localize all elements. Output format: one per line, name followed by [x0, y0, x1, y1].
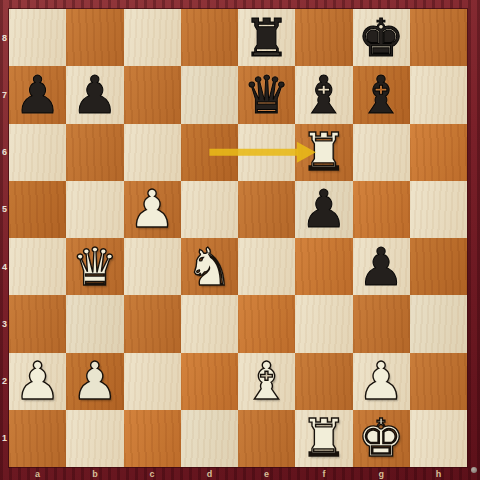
square-g7[interactable]: ♝ — [353, 66, 410, 123]
square-b6[interactable] — [66, 124, 123, 181]
square-b1[interactable] — [66, 410, 123, 467]
square-c1[interactable] — [124, 410, 181, 467]
square-c7[interactable] — [124, 66, 181, 123]
piece-black-rook[interactable]: ♜ — [238, 9, 295, 66]
piece-black-king[interactable]: ♚ — [353, 9, 410, 66]
square-b5[interactable] — [66, 181, 123, 238]
square-g6[interactable] — [353, 124, 410, 181]
square-d6[interactable] — [181, 124, 238, 181]
square-a4[interactable] — [9, 238, 66, 295]
square-g8[interactable]: ♚ — [353, 9, 410, 66]
square-c8[interactable] — [124, 9, 181, 66]
square-f3[interactable] — [295, 295, 352, 352]
square-e6[interactable] — [238, 124, 295, 181]
square-a7[interactable]: ♟ — [9, 66, 66, 123]
piece-white-pawn[interactable]: ♟ — [66, 353, 123, 410]
file-label-d: d — [207, 469, 213, 479]
corner-dot — [471, 467, 477, 473]
square-e1[interactable] — [238, 410, 295, 467]
square-d7[interactable] — [181, 66, 238, 123]
piece-white-rook[interactable]: ♜ — [295, 410, 352, 467]
file-label-f: f — [322, 469, 325, 479]
square-h3[interactable] — [410, 295, 467, 352]
square-d2[interactable] — [181, 353, 238, 410]
square-b3[interactable] — [66, 295, 123, 352]
piece-white-rook[interactable]: ♜ — [295, 124, 352, 181]
chess-board-frame: ♜♚♟♟♛♝♝♜♟♟♛♞♟♟♟♝♟♜♚ 87654321abcdefgh — [0, 0, 480, 480]
piece-white-pawn[interactable]: ♟ — [124, 181, 181, 238]
rank-label-7: 7 — [2, 90, 7, 100]
piece-white-knight[interactable]: ♞ — [181, 238, 238, 295]
square-d1[interactable] — [181, 410, 238, 467]
square-e7[interactable]: ♛ — [238, 66, 295, 123]
chess-board: ♜♚♟♟♛♝♝♜♟♟♛♞♟♟♟♝♟♜♚ — [9, 9, 467, 467]
piece-white-queen[interactable]: ♛ — [66, 238, 123, 295]
square-g5[interactable] — [353, 181, 410, 238]
square-f8[interactable] — [295, 9, 352, 66]
square-e2[interactable]: ♝ — [238, 353, 295, 410]
square-e3[interactable] — [238, 295, 295, 352]
rank-label-3: 3 — [2, 319, 7, 329]
square-c4[interactable] — [124, 238, 181, 295]
piece-black-bishop[interactable]: ♝ — [295, 66, 352, 123]
square-d5[interactable] — [181, 181, 238, 238]
square-f4[interactable] — [295, 238, 352, 295]
square-d8[interactable] — [181, 9, 238, 66]
square-h7[interactable] — [410, 66, 467, 123]
square-b4[interactable]: ♛ — [66, 238, 123, 295]
piece-black-queen[interactable]: ♛ — [238, 66, 295, 123]
square-a8[interactable] — [9, 9, 66, 66]
square-g3[interactable] — [353, 295, 410, 352]
rank-label-8: 8 — [2, 33, 7, 43]
square-a2[interactable]: ♟ — [9, 353, 66, 410]
piece-white-bishop[interactable]: ♝ — [238, 353, 295, 410]
piece-black-pawn[interactable]: ♟ — [295, 181, 352, 238]
square-a1[interactable] — [9, 410, 66, 467]
square-f6[interactable]: ♜ — [295, 124, 352, 181]
file-label-c: c — [150, 469, 155, 479]
square-g2[interactable]: ♟ — [353, 353, 410, 410]
file-label-a: a — [35, 469, 40, 479]
square-e5[interactable] — [238, 181, 295, 238]
square-f1[interactable]: ♜ — [295, 410, 352, 467]
piece-white-pawn[interactable]: ♟ — [9, 353, 66, 410]
file-label-b: b — [92, 469, 98, 479]
square-a6[interactable] — [9, 124, 66, 181]
piece-white-pawn[interactable]: ♟ — [353, 353, 410, 410]
piece-black-pawn[interactable]: ♟ — [9, 66, 66, 123]
square-h1[interactable] — [410, 410, 467, 467]
square-h2[interactable] — [410, 353, 467, 410]
square-h4[interactable] — [410, 238, 467, 295]
square-g4[interactable]: ♟ — [353, 238, 410, 295]
file-label-h: h — [436, 469, 442, 479]
rank-label-5: 5 — [2, 204, 7, 214]
file-label-e: e — [264, 469, 269, 479]
file-label-g: g — [378, 469, 384, 479]
rank-label-6: 6 — [2, 147, 7, 157]
square-c3[interactable] — [124, 295, 181, 352]
square-e8[interactable]: ♜ — [238, 9, 295, 66]
rank-label-1: 1 — [2, 433, 7, 443]
square-f5[interactable]: ♟ — [295, 181, 352, 238]
square-f7[interactable]: ♝ — [295, 66, 352, 123]
square-h8[interactable] — [410, 9, 467, 66]
rank-label-2: 2 — [2, 376, 7, 386]
square-h5[interactable] — [410, 181, 467, 238]
square-c5[interactable]: ♟ — [124, 181, 181, 238]
piece-black-bishop[interactable]: ♝ — [353, 66, 410, 123]
rank-label-4: 4 — [2, 262, 7, 272]
square-d3[interactable] — [181, 295, 238, 352]
square-g1[interactable]: ♚ — [353, 410, 410, 467]
square-b8[interactable] — [66, 9, 123, 66]
piece-black-pawn[interactable]: ♟ — [66, 66, 123, 123]
piece-white-king[interactable]: ♚ — [353, 410, 410, 467]
square-b7[interactable]: ♟ — [66, 66, 123, 123]
square-e4[interactable] — [238, 238, 295, 295]
piece-black-pawn[interactable]: ♟ — [353, 238, 410, 295]
square-b2[interactable]: ♟ — [66, 353, 123, 410]
square-f2[interactable] — [295, 353, 352, 410]
square-c6[interactable] — [124, 124, 181, 181]
square-a5[interactable] — [9, 181, 66, 238]
square-a3[interactable] — [9, 295, 66, 352]
square-d4[interactable]: ♞ — [181, 238, 238, 295]
square-c2[interactable] — [124, 353, 181, 410]
square-h6[interactable] — [410, 124, 467, 181]
